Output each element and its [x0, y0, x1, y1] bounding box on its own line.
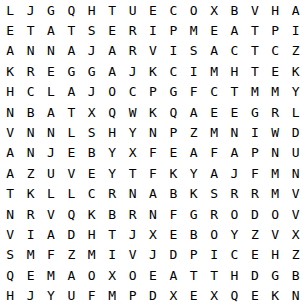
grid-cell-r3c15[interactable]: Z [285, 41, 305, 61]
grid-cell-r10c10[interactable]: K [184, 184, 204, 204]
grid-cell-r3c8[interactable]: V [143, 41, 163, 61]
grid-cell-r2c4[interactable]: T [61, 20, 81, 40]
grid-cell-r10c15[interactable]: V [285, 184, 305, 204]
grid-cell-r2c12[interactable]: A [224, 20, 244, 40]
grid-cell-r2c8[interactable]: I [143, 20, 163, 40]
grid-cell-r8c1[interactable]: A [0, 143, 20, 163]
grid-cell-r12c1[interactable]: V [0, 224, 20, 244]
grid-cell-r5c13[interactable]: M [245, 82, 265, 102]
grid-cell-r5c8[interactable]: P [143, 82, 163, 102]
grid-cell-r5c7[interactable]: C [122, 82, 142, 102]
grid-cell-r3c5[interactable]: J [82, 41, 102, 61]
grid-cell-r13c7[interactable]: V [122, 245, 142, 265]
grid-cell-r4c6[interactable]: A [102, 61, 122, 81]
grid-cell-r1c14[interactable]: H [265, 0, 285, 20]
grid-cell-r7c11[interactable]: M [204, 122, 224, 142]
grid-cell-r14c15[interactable]: B [285, 265, 305, 285]
grid-cell-r9c4[interactable]: V [61, 163, 81, 183]
grid-cell-r15c3[interactable]: Y [41, 285, 61, 305]
grid-cell-r13c3[interactable]: F [41, 245, 61, 265]
grid-cell-r11c4[interactable]: Q [61, 204, 81, 224]
grid-cell-r8c11[interactable]: F [204, 143, 224, 163]
grid-cell-r15c11[interactable]: X [204, 285, 224, 305]
grid-cell-r9c5[interactable]: E [82, 163, 102, 183]
grid-cell-r5c14[interactable]: M [265, 82, 285, 102]
grid-cell-r9c8[interactable]: F [143, 163, 163, 183]
grid-cell-r4c12[interactable]: H [224, 61, 244, 81]
grid-cell-r6c5[interactable]: X [82, 102, 102, 122]
grid-cell-r7c7[interactable]: Y [122, 122, 142, 142]
grid-cell-r3c2[interactable]: N [20, 41, 40, 61]
grid-cell-r2c14[interactable]: P [265, 20, 285, 40]
grid-cell-r7c15[interactable]: D [285, 122, 305, 142]
grid-cell-r12c3[interactable]: A [41, 224, 61, 244]
grid-cell-r9c11[interactable]: A [204, 163, 224, 183]
grid-cell-r13c4[interactable]: Z [61, 245, 81, 265]
grid-cell-r15c8[interactable]: D [143, 285, 163, 305]
grid-cell-r7c2[interactable]: N [20, 122, 40, 142]
grid-cell-r14c11[interactable]: T [204, 265, 224, 285]
grid-cell-r11c1[interactable]: N [0, 204, 20, 224]
grid-cell-r8c9[interactable]: E [163, 143, 183, 163]
grid-cell-r2c3[interactable]: A [41, 20, 61, 40]
grid-cell-r9c12[interactable]: J [224, 163, 244, 183]
grid-cell-r13c14[interactable]: H [265, 245, 285, 265]
grid-cell-r7c9[interactable]: P [163, 122, 183, 142]
grid-cell-r11c13[interactable]: D [245, 204, 265, 224]
grid-cell-r14c13[interactable]: D [245, 265, 265, 285]
grid-cell-r11c8[interactable]: N [143, 204, 163, 224]
grid-cell-r8c14[interactable]: N [265, 143, 285, 163]
grid-cell-r5c11[interactable]: C [204, 82, 224, 102]
grid-cell-r13c12[interactable]: C [224, 245, 244, 265]
grid-cell-r12c10[interactable]: B [184, 224, 204, 244]
grid-cell-r9c3[interactable]: U [41, 163, 61, 183]
grid-cell-r15c9[interactable]: X [163, 285, 183, 305]
grid-cell-r6c10[interactable]: A [184, 102, 204, 122]
grid-cell-r12c14[interactable]: V [265, 224, 285, 244]
grid-cell-r10c1[interactable]: T [0, 184, 20, 204]
grid-cell-r11c12[interactable]: O [224, 204, 244, 224]
grid-cell-r2c10[interactable]: M [184, 20, 204, 40]
grid-cell-r8c12[interactable]: A [224, 143, 244, 163]
grid-cell-r13c2[interactable]: M [20, 245, 40, 265]
grid-cell-r9c1[interactable]: A [0, 163, 20, 183]
grid-cell-r5c6[interactable]: O [102, 82, 122, 102]
grid-cell-r13c10[interactable]: P [184, 245, 204, 265]
grid-cell-r5c3[interactable]: L [41, 82, 61, 102]
grid-cell-r12c12[interactable]: Y [224, 224, 244, 244]
grid-cell-r3c14[interactable]: C [265, 41, 285, 61]
grid-cell-r12c4[interactable]: D [61, 224, 81, 244]
grid-cell-r2c11[interactable]: E [204, 20, 224, 40]
grid-cell-r6c3[interactable]: A [41, 102, 61, 122]
grid-cell-r14c10[interactable]: T [184, 265, 204, 285]
grid-cell-r1c10[interactable]: O [184, 0, 204, 20]
grid-cell-r9c14[interactable]: M [265, 163, 285, 183]
grid-cell-r4c5[interactable]: G [82, 61, 102, 81]
grid-cell-r4c15[interactable]: K [285, 61, 305, 81]
grid-cell-r3c12[interactable]: C [224, 41, 244, 61]
grid-cell-r15c15[interactable]: N [285, 285, 305, 305]
grid-cell-r8c13[interactable]: P [245, 143, 265, 163]
grid-cell-r4c1[interactable]: K [0, 61, 20, 81]
grid-cell-r13c1[interactable]: S [0, 245, 20, 265]
grid-cell-r6c13[interactable]: G [245, 102, 265, 122]
grid-cell-r14c9[interactable]: A [163, 265, 183, 285]
grid-cell-r10c9[interactable]: B [163, 184, 183, 204]
grid-cell-r3c10[interactable]: S [184, 41, 204, 61]
grid-cell-r12c5[interactable]: H [82, 224, 102, 244]
grid-cell-r5c10[interactable]: F [184, 82, 204, 102]
grid-cell-r7c6[interactable]: H [102, 122, 122, 142]
grid-cell-r14c1[interactable]: Q [0, 265, 20, 285]
grid-cell-r1c2[interactable]: J [20, 0, 40, 20]
grid-cell-r3c9[interactable]: I [163, 41, 183, 61]
grid-cell-r1c7[interactable]: U [122, 0, 142, 20]
grid-cell-r7c14[interactable]: W [265, 122, 285, 142]
grid-cell-r6c12[interactable]: E [224, 102, 244, 122]
grid-cell-r5c4[interactable]: A [61, 82, 81, 102]
grid-cell-r15c6[interactable]: M [102, 285, 122, 305]
grid-cell-r4c8[interactable]: K [143, 61, 163, 81]
grid-cell-r6c7[interactable]: W [122, 102, 142, 122]
grid-cell-r3c6[interactable]: A [102, 41, 122, 61]
grid-cell-r2c9[interactable]: P [163, 20, 183, 40]
grid-cell-r14c7[interactable]: O [122, 265, 142, 285]
grid-cell-r10c14[interactable]: M [265, 184, 285, 204]
grid-cell-r14c8[interactable]: E [143, 265, 163, 285]
grid-cell-r3c11[interactable]: A [204, 41, 224, 61]
grid-cell-r7c10[interactable]: Z [184, 122, 204, 142]
grid-cell-r9c15[interactable]: N [285, 163, 305, 183]
grid-cell-r2c6[interactable]: E [102, 20, 122, 40]
grid-cell-r8c8[interactable]: F [143, 143, 163, 163]
grid-cell-r2c1[interactable]: E [0, 20, 20, 40]
grid-cell-r2c2[interactable]: T [20, 20, 40, 40]
grid-cell-r7c4[interactable]: L [61, 122, 81, 142]
grid-cell-r4c10[interactable]: I [184, 61, 204, 81]
grid-cell-r6c11[interactable]: E [204, 102, 224, 122]
grid-cell-r8c15[interactable]: U [285, 143, 305, 163]
grid-cell-r14c6[interactable]: X [102, 265, 122, 285]
grid-cell-r13c13[interactable]: E [245, 245, 265, 265]
grid-cell-r15c5[interactable]: F [82, 285, 102, 305]
grid-cell-r10c12[interactable]: R [224, 184, 244, 204]
grid-cell-r10c11[interactable]: S [204, 184, 224, 204]
grid-cell-r14c3[interactable]: M [41, 265, 61, 285]
grid-cell-r1c15[interactable]: A [285, 0, 305, 20]
grid-cell-r13c11[interactable]: I [204, 245, 224, 265]
grid-cell-r3c13[interactable]: T [245, 41, 265, 61]
grid-cell-r1c8[interactable]: E [143, 0, 163, 20]
grid-cell-r3c3[interactable]: N [41, 41, 61, 61]
grid-cell-r12c15[interactable]: X [285, 224, 305, 244]
grid-cell-r5c5[interactable]: J [82, 82, 102, 102]
grid-cell-r9c6[interactable]: Y [102, 163, 122, 183]
grid-cell-r15c12[interactable]: Q [224, 285, 244, 305]
grid-cell-r4c9[interactable]: C [163, 61, 183, 81]
grid-cell-r15c4[interactable]: U [61, 285, 81, 305]
grid-cell-r1c3[interactable]: G [41, 0, 61, 20]
grid-cell-r2c5[interactable]: S [82, 20, 102, 40]
grid-cell-r8c5[interactable]: B [82, 143, 102, 163]
grid-cell-r8c3[interactable]: J [41, 143, 61, 163]
grid-cell-r6c14[interactable]: R [265, 102, 285, 122]
grid-cell-r6c2[interactable]: B [20, 102, 40, 122]
grid-cell-r9c9[interactable]: K [163, 163, 183, 183]
grid-cell-r11c2[interactable]: R [20, 204, 40, 224]
grid-cell-r13c9[interactable]: D [163, 245, 183, 265]
grid-cell-r11c11[interactable]: R [204, 204, 224, 224]
grid-cell-r15c14[interactable]: K [265, 285, 285, 305]
grid-cell-r1c11[interactable]: X [204, 0, 224, 20]
grid-cell-r3c1[interactable]: A [0, 41, 20, 61]
grid-cell-r6c4[interactable]: T [61, 102, 81, 122]
grid-cell-r2c15[interactable]: I [285, 20, 305, 40]
grid-cell-r6c8[interactable]: K [143, 102, 163, 122]
grid-cell-r6c1[interactable]: N [0, 102, 20, 122]
grid-cell-r8c7[interactable]: X [122, 143, 142, 163]
word-search-grid: LJGQHTUECOXBVHAETATSERIPMEATPIANNAJARVIS… [0, 0, 306, 306]
grid-cell-r11c7[interactable]: R [122, 204, 142, 224]
grid-cell-r11c5[interactable]: K [82, 204, 102, 224]
grid-cell-r12c11[interactable]: O [204, 224, 224, 244]
grid-cell-r10c4[interactable]: L [61, 184, 81, 204]
grid-cell-r6c9[interactable]: Q [163, 102, 183, 122]
grid-cell-r4c7[interactable]: J [122, 61, 142, 81]
grid-cell-r11c14[interactable]: O [265, 204, 285, 224]
grid-cell-r15c10[interactable]: E [184, 285, 204, 305]
grid-cell-r7c13[interactable]: I [245, 122, 265, 142]
grid-cell-r3c4[interactable]: A [61, 41, 81, 61]
grid-cell-r13c5[interactable]: M [82, 245, 102, 265]
grid-cell-r14c14[interactable]: G [265, 265, 285, 285]
grid-cell-r1c1[interactable]: L [0, 0, 20, 20]
grid-cell-r5c12[interactable]: T [224, 82, 244, 102]
grid-cell-r8c2[interactable]: N [20, 143, 40, 163]
grid-cell-r9c13[interactable]: F [245, 163, 265, 183]
grid-cell-r11c9[interactable]: F [163, 204, 183, 224]
grid-cell-r12c6[interactable]: T [102, 224, 122, 244]
grid-cell-r9c2[interactable]: Z [20, 163, 40, 183]
grid-cell-r15c2[interactable]: J [20, 285, 40, 305]
grid-cell-r1c4[interactable]: Q [61, 0, 81, 20]
grid-cell-r12c7[interactable]: J [122, 224, 142, 244]
grid-cell-r7c5[interactable]: S [82, 122, 102, 142]
grid-cell-r4c3[interactable]: E [41, 61, 61, 81]
grid-cell-r11c10[interactable]: G [184, 204, 204, 224]
grid-cell-r7c8[interactable]: N [143, 122, 163, 142]
grid-cell-r2c13[interactable]: T [245, 20, 265, 40]
grid-cell-r14c2[interactable]: E [20, 265, 40, 285]
grid-cell-r10c2[interactable]: K [20, 184, 40, 204]
grid-cell-r8c4[interactable]: E [61, 143, 81, 163]
grid-cell-r6c15[interactable]: L [285, 102, 305, 122]
grid-cell-r14c4[interactable]: A [61, 265, 81, 285]
grid-cell-r10c3[interactable]: L [41, 184, 61, 204]
grid-cell-r8c6[interactable]: Y [102, 143, 122, 163]
grid-cell-r11c15[interactable]: V [285, 204, 305, 224]
grid-cell-r13c6[interactable]: I [102, 245, 122, 265]
grid-cell-r1c9[interactable]: C [163, 0, 183, 20]
grid-cell-r5c2[interactable]: C [20, 82, 40, 102]
grid-cell-r7c12[interactable]: N [224, 122, 244, 142]
grid-cell-r12c2[interactable]: I [20, 224, 40, 244]
grid-cell-r4c2[interactable]: R [20, 61, 40, 81]
grid-cell-r4c11[interactable]: M [204, 61, 224, 81]
grid-cell-r15c1[interactable]: H [0, 285, 20, 305]
grid-cell-r5c9[interactable]: G [163, 82, 183, 102]
grid-cell-r10c7[interactable]: N [122, 184, 142, 204]
grid-cell-r1c5[interactable]: H [82, 0, 102, 20]
grid-cell-r5c15[interactable]: Y [285, 82, 305, 102]
grid-cell-r9c10[interactable]: Y [184, 163, 204, 183]
grid-cell-r2c7[interactable]: R [122, 20, 142, 40]
grid-cell-r1c12[interactable]: B [224, 0, 244, 20]
grid-cell-r3c7[interactable]: R [122, 41, 142, 61]
grid-cell-r4c14[interactable]: E [265, 61, 285, 81]
grid-cell-r6c6[interactable]: Q [102, 102, 122, 122]
grid-cell-r10c8[interactable]: A [143, 184, 163, 204]
grid-cell-r4c4[interactable]: G [61, 61, 81, 81]
grid-cell-r13c8[interactable]: J [143, 245, 163, 265]
grid-cell-r10c5[interactable]: C [82, 184, 102, 204]
grid-cell-r1c13[interactable]: V [245, 0, 265, 20]
grid-cell-r5c1[interactable]: H [0, 82, 20, 102]
grid-cell-r11c6[interactable]: B [102, 204, 122, 224]
grid-cell-r9c7[interactable]: T [122, 163, 142, 183]
grid-cell-r1c6[interactable]: T [102, 0, 122, 20]
grid-cell-r7c3[interactable]: N [41, 122, 61, 142]
grid-cell-r7c1[interactable]: V [0, 122, 20, 142]
grid-cell-r12c13[interactable]: Z [245, 224, 265, 244]
grid-cell-r4c13[interactable]: T [245, 61, 265, 81]
grid-cell-r14c5[interactable]: O [82, 265, 102, 285]
grid-cell-r10c6[interactable]: R [102, 184, 122, 204]
grid-cell-r10c13[interactable]: R [245, 184, 265, 204]
grid-cell-r15c13[interactable]: E [245, 285, 265, 305]
grid-cell-r12c8[interactable]: X [143, 224, 163, 244]
grid-cell-r12c9[interactable]: E [163, 224, 183, 244]
grid-cell-r11c3[interactable]: V [41, 204, 61, 224]
grid-cell-r13c15[interactable]: Z [285, 245, 305, 265]
grid-cell-r14c12[interactable]: H [224, 265, 244, 285]
grid-cell-r8c10[interactable]: A [184, 143, 204, 163]
grid-cell-r15c7[interactable]: P [122, 285, 142, 305]
